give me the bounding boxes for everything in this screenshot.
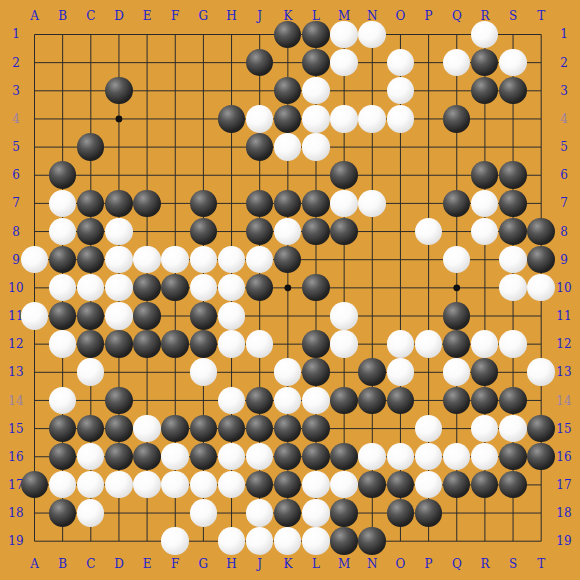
- cell-Q19[interactable]: [443, 527, 471, 555]
- cell-T9[interactable]: [527, 246, 555, 274]
- cell-E11[interactable]: [133, 302, 161, 330]
- cell-F4[interactable]: [161, 105, 189, 133]
- cell-F8[interactable]: [161, 217, 189, 245]
- cell-O14[interactable]: [386, 386, 414, 414]
- cell-B6[interactable]: [49, 161, 77, 189]
- cell-E16[interactable]: [133, 443, 161, 471]
- cell-O18[interactable]: [386, 499, 414, 527]
- cell-M4[interactable]: [330, 105, 358, 133]
- cell-S8[interactable]: [499, 217, 527, 245]
- cell-J15[interactable]: [246, 414, 274, 442]
- cell-C12[interactable]: [77, 330, 105, 358]
- cell-D19[interactable]: [105, 527, 133, 555]
- cell-Q13[interactable]: [443, 358, 471, 386]
- cell-A10[interactable]: [20, 274, 48, 302]
- cell-Q5[interactable]: [443, 133, 471, 161]
- cell-G3[interactable]: [189, 77, 217, 105]
- cell-A4[interactable]: [20, 105, 48, 133]
- cell-S5[interactable]: [499, 133, 527, 161]
- cell-R3[interactable]: [471, 77, 499, 105]
- cell-T2[interactable]: [527, 49, 555, 77]
- cell-E4[interactable]: [133, 105, 161, 133]
- cell-D1[interactable]: [105, 20, 133, 48]
- cell-O2[interactable]: [386, 49, 414, 77]
- cell-P7[interactable]: [414, 189, 442, 217]
- cell-O1[interactable]: [386, 20, 414, 48]
- cell-N1[interactable]: [358, 20, 386, 48]
- cell-O16[interactable]: [386, 443, 414, 471]
- cell-K2[interactable]: [274, 49, 302, 77]
- cell-N19[interactable]: [358, 527, 386, 555]
- cell-J18[interactable]: [246, 499, 274, 527]
- cell-T6[interactable]: [527, 161, 555, 189]
- cell-J5[interactable]: [246, 133, 274, 161]
- cell-M3[interactable]: [330, 77, 358, 105]
- cell-E14[interactable]: [133, 386, 161, 414]
- cell-E9[interactable]: [133, 246, 161, 274]
- cell-L18[interactable]: [302, 499, 330, 527]
- cell-S1[interactable]: [499, 20, 527, 48]
- cell-J13[interactable]: [246, 358, 274, 386]
- cell-N15[interactable]: [358, 414, 386, 442]
- cell-F3[interactable]: [161, 77, 189, 105]
- cell-O13[interactable]: [386, 358, 414, 386]
- cell-A16[interactable]: [20, 443, 48, 471]
- cell-B9[interactable]: [49, 246, 77, 274]
- cell-Q12[interactable]: [443, 330, 471, 358]
- cell-P17[interactable]: [414, 471, 442, 499]
- cell-C9[interactable]: [77, 246, 105, 274]
- cell-E5[interactable]: [133, 133, 161, 161]
- cell-R2[interactable]: [471, 49, 499, 77]
- cell-K9[interactable]: [274, 246, 302, 274]
- cell-C10[interactable]: [77, 274, 105, 302]
- cell-N7[interactable]: [358, 189, 386, 217]
- cell-E6[interactable]: [133, 161, 161, 189]
- cell-G11[interactable]: [189, 302, 217, 330]
- cell-E15[interactable]: [133, 414, 161, 442]
- cell-C5[interactable]: [77, 133, 105, 161]
- cell-H9[interactable]: [217, 246, 245, 274]
- cell-B12[interactable]: [49, 330, 77, 358]
- cell-F11[interactable]: [161, 302, 189, 330]
- cell-O11[interactable]: [386, 302, 414, 330]
- cell-D15[interactable]: [105, 414, 133, 442]
- cell-H12[interactable]: [217, 330, 245, 358]
- cell-T5[interactable]: [527, 133, 555, 161]
- cell-M2[interactable]: [330, 49, 358, 77]
- cell-J8[interactable]: [246, 217, 274, 245]
- cell-C8[interactable]: [77, 217, 105, 245]
- cell-H16[interactable]: [217, 443, 245, 471]
- cell-N13[interactable]: [358, 358, 386, 386]
- cell-R4[interactable]: [471, 105, 499, 133]
- cell-J3[interactable]: [246, 77, 274, 105]
- cell-L14[interactable]: [302, 386, 330, 414]
- cell-T4[interactable]: [527, 105, 555, 133]
- cell-L9[interactable]: [302, 246, 330, 274]
- cell-P2[interactable]: [414, 49, 442, 77]
- cell-G12[interactable]: [189, 330, 217, 358]
- cell-G14[interactable]: [189, 386, 217, 414]
- cell-S15[interactable]: [499, 414, 527, 442]
- cell-B19[interactable]: [49, 527, 77, 555]
- cell-C14[interactable]: [77, 386, 105, 414]
- cell-M11[interactable]: [330, 302, 358, 330]
- cell-K16[interactable]: [274, 443, 302, 471]
- cell-H19[interactable]: [217, 527, 245, 555]
- cell-F19[interactable]: [161, 527, 189, 555]
- cell-M13[interactable]: [330, 358, 358, 386]
- cell-R16[interactable]: [471, 443, 499, 471]
- cell-O10[interactable]: [386, 274, 414, 302]
- cell-C11[interactable]: [77, 302, 105, 330]
- cell-Q14[interactable]: [443, 386, 471, 414]
- cell-L17[interactable]: [302, 471, 330, 499]
- cell-F15[interactable]: [161, 414, 189, 442]
- cell-M18[interactable]: [330, 499, 358, 527]
- cell-H11[interactable]: [217, 302, 245, 330]
- cell-K5[interactable]: [274, 133, 302, 161]
- cell-O15[interactable]: [386, 414, 414, 442]
- cell-O9[interactable]: [386, 246, 414, 274]
- cell-N2[interactable]: [358, 49, 386, 77]
- cell-J1[interactable]: [246, 20, 274, 48]
- cell-N8[interactable]: [358, 217, 386, 245]
- cell-F12[interactable]: [161, 330, 189, 358]
- cell-J12[interactable]: [246, 330, 274, 358]
- cell-R8[interactable]: [471, 217, 499, 245]
- cell-K7[interactable]: [274, 189, 302, 217]
- cell-J17[interactable]: [246, 471, 274, 499]
- cell-L19[interactable]: [302, 527, 330, 555]
- cell-E12[interactable]: [133, 330, 161, 358]
- cell-R18[interactable]: [471, 499, 499, 527]
- cell-Q2[interactable]: [443, 49, 471, 77]
- cell-L16[interactable]: [302, 443, 330, 471]
- cell-E10[interactable]: [133, 274, 161, 302]
- cell-S12[interactable]: [499, 330, 527, 358]
- cell-G5[interactable]: [189, 133, 217, 161]
- cell-M1[interactable]: [330, 20, 358, 48]
- cell-A1[interactable]: [20, 20, 48, 48]
- cell-C6[interactable]: [77, 161, 105, 189]
- cell-M19[interactable]: [330, 527, 358, 555]
- cell-Q3[interactable]: [443, 77, 471, 105]
- cell-T3[interactable]: [527, 77, 555, 105]
- cell-A19[interactable]: [20, 527, 48, 555]
- cell-P3[interactable]: [414, 77, 442, 105]
- cell-S17[interactable]: [499, 471, 527, 499]
- cell-G4[interactable]: [189, 105, 217, 133]
- cell-Q11[interactable]: [443, 302, 471, 330]
- cell-H13[interactable]: [217, 358, 245, 386]
- cell-P11[interactable]: [414, 302, 442, 330]
- cell-R1[interactable]: [471, 20, 499, 48]
- cell-S14[interactable]: [499, 386, 527, 414]
- cell-F1[interactable]: [161, 20, 189, 48]
- cell-K8[interactable]: [274, 217, 302, 245]
- cell-A9[interactable]: [20, 246, 48, 274]
- cell-O4[interactable]: [386, 105, 414, 133]
- cell-P5[interactable]: [414, 133, 442, 161]
- cell-K19[interactable]: [274, 527, 302, 555]
- cell-G7[interactable]: [189, 189, 217, 217]
- cell-A14[interactable]: [20, 386, 48, 414]
- cell-C17[interactable]: [77, 471, 105, 499]
- cell-P18[interactable]: [414, 499, 442, 527]
- cell-H17[interactable]: [217, 471, 245, 499]
- cell-F6[interactable]: [161, 161, 189, 189]
- cell-J7[interactable]: [246, 189, 274, 217]
- cell-Q18[interactable]: [443, 499, 471, 527]
- cell-C1[interactable]: [77, 20, 105, 48]
- cell-K13[interactable]: [274, 358, 302, 386]
- cell-B3[interactable]: [49, 77, 77, 105]
- cell-T15[interactable]: [527, 414, 555, 442]
- cell-P10[interactable]: [414, 274, 442, 302]
- cell-S7[interactable]: [499, 189, 527, 217]
- cell-D18[interactable]: [105, 499, 133, 527]
- cell-H8[interactable]: [217, 217, 245, 245]
- cell-M16[interactable]: [330, 443, 358, 471]
- cell-L11[interactable]: [302, 302, 330, 330]
- cell-E1[interactable]: [133, 20, 161, 48]
- cell-A12[interactable]: [20, 330, 48, 358]
- cell-K12[interactable]: [274, 330, 302, 358]
- cell-L1[interactable]: [302, 20, 330, 48]
- cell-M10[interactable]: [330, 274, 358, 302]
- cell-R17[interactable]: [471, 471, 499, 499]
- cell-J16[interactable]: [246, 443, 274, 471]
- cell-K15[interactable]: [274, 414, 302, 442]
- cell-T13[interactable]: [527, 358, 555, 386]
- cell-M14[interactable]: [330, 386, 358, 414]
- cell-Q17[interactable]: [443, 471, 471, 499]
- cell-H5[interactable]: [217, 133, 245, 161]
- cell-A5[interactable]: [20, 133, 48, 161]
- cell-J2[interactable]: [246, 49, 274, 77]
- cell-T11[interactable]: [527, 302, 555, 330]
- cell-P13[interactable]: [414, 358, 442, 386]
- cell-K14[interactable]: [274, 386, 302, 414]
- cell-N18[interactable]: [358, 499, 386, 527]
- cell-F17[interactable]: [161, 471, 189, 499]
- cell-K1[interactable]: [274, 20, 302, 48]
- cell-S13[interactable]: [499, 358, 527, 386]
- cell-D4[interactable]: [105, 105, 133, 133]
- cell-A6[interactable]: [20, 161, 48, 189]
- cell-M15[interactable]: [330, 414, 358, 442]
- cell-T14[interactable]: [527, 386, 555, 414]
- cell-E13[interactable]: [133, 358, 161, 386]
- cell-T16[interactable]: [527, 443, 555, 471]
- cell-Q15[interactable]: [443, 414, 471, 442]
- cell-H15[interactable]: [217, 414, 245, 442]
- cell-E8[interactable]: [133, 217, 161, 245]
- cell-M6[interactable]: [330, 161, 358, 189]
- cell-F16[interactable]: [161, 443, 189, 471]
- cell-B7[interactable]: [49, 189, 77, 217]
- cell-D3[interactable]: [105, 77, 133, 105]
- cell-D16[interactable]: [105, 443, 133, 471]
- cell-N16[interactable]: [358, 443, 386, 471]
- cell-L7[interactable]: [302, 189, 330, 217]
- cell-S3[interactable]: [499, 77, 527, 105]
- cell-S2[interactable]: [499, 49, 527, 77]
- cell-S6[interactable]: [499, 161, 527, 189]
- cell-B5[interactable]: [49, 133, 77, 161]
- cell-O17[interactable]: [386, 471, 414, 499]
- cell-H6[interactable]: [217, 161, 245, 189]
- cell-A7[interactable]: [20, 189, 48, 217]
- cell-R14[interactable]: [471, 386, 499, 414]
- cell-R13[interactable]: [471, 358, 499, 386]
- cell-R12[interactable]: [471, 330, 499, 358]
- cell-G9[interactable]: [189, 246, 217, 274]
- cell-O3[interactable]: [386, 77, 414, 105]
- cell-D13[interactable]: [105, 358, 133, 386]
- cell-B17[interactable]: [49, 471, 77, 499]
- cell-O5[interactable]: [386, 133, 414, 161]
- cell-P16[interactable]: [414, 443, 442, 471]
- cell-S11[interactable]: [499, 302, 527, 330]
- cell-N4[interactable]: [358, 105, 386, 133]
- cell-A17[interactable]: [20, 471, 48, 499]
- cell-D11[interactable]: [105, 302, 133, 330]
- cell-L12[interactable]: [302, 330, 330, 358]
- cell-H18[interactable]: [217, 499, 245, 527]
- cell-G18[interactable]: [189, 499, 217, 527]
- cell-J19[interactable]: [246, 527, 274, 555]
- cell-A18[interactable]: [20, 499, 48, 527]
- cell-D12[interactable]: [105, 330, 133, 358]
- cell-A11[interactable]: [20, 302, 48, 330]
- cell-M7[interactable]: [330, 189, 358, 217]
- cell-P19[interactable]: [414, 527, 442, 555]
- cell-L13[interactable]: [302, 358, 330, 386]
- cell-D5[interactable]: [105, 133, 133, 161]
- cell-L4[interactable]: [302, 105, 330, 133]
- cell-F9[interactable]: [161, 246, 189, 274]
- cell-C18[interactable]: [77, 499, 105, 527]
- cell-H2[interactable]: [217, 49, 245, 77]
- cell-H3[interactable]: [217, 77, 245, 105]
- cell-N10[interactable]: [358, 274, 386, 302]
- cell-M5[interactable]: [330, 133, 358, 161]
- cell-K10[interactable]: [274, 274, 302, 302]
- cell-G10[interactable]: [189, 274, 217, 302]
- cell-D6[interactable]: [105, 161, 133, 189]
- cell-J10[interactable]: [246, 274, 274, 302]
- cell-K3[interactable]: [274, 77, 302, 105]
- cell-R10[interactable]: [471, 274, 499, 302]
- cell-B8[interactable]: [49, 217, 77, 245]
- cell-H1[interactable]: [217, 20, 245, 48]
- cell-D14[interactable]: [105, 386, 133, 414]
- cell-N9[interactable]: [358, 246, 386, 274]
- cell-J6[interactable]: [246, 161, 274, 189]
- cell-A8[interactable]: [20, 217, 48, 245]
- cell-A3[interactable]: [20, 77, 48, 105]
- cell-H4[interactable]: [217, 105, 245, 133]
- cell-M12[interactable]: [330, 330, 358, 358]
- cell-R7[interactable]: [471, 189, 499, 217]
- cell-Q16[interactable]: [443, 443, 471, 471]
- cell-M8[interactable]: [330, 217, 358, 245]
- cell-N14[interactable]: [358, 386, 386, 414]
- cell-R19[interactable]: [471, 527, 499, 555]
- cell-E19[interactable]: [133, 527, 161, 555]
- cell-N3[interactable]: [358, 77, 386, 105]
- cell-S18[interactable]: [499, 499, 527, 527]
- cell-B15[interactable]: [49, 414, 77, 442]
- cell-Q4[interactable]: [443, 105, 471, 133]
- cell-B4[interactable]: [49, 105, 77, 133]
- cell-R6[interactable]: [471, 161, 499, 189]
- cell-O8[interactable]: [386, 217, 414, 245]
- cell-T12[interactable]: [527, 330, 555, 358]
- cell-R9[interactable]: [471, 246, 499, 274]
- cell-B2[interactable]: [49, 49, 77, 77]
- cell-P6[interactable]: [414, 161, 442, 189]
- cell-O19[interactable]: [386, 527, 414, 555]
- cell-B14[interactable]: [49, 386, 77, 414]
- cell-B13[interactable]: [49, 358, 77, 386]
- cell-P8[interactable]: [414, 217, 442, 245]
- cell-B18[interactable]: [49, 499, 77, 527]
- cell-A13[interactable]: [20, 358, 48, 386]
- cell-P12[interactable]: [414, 330, 442, 358]
- cell-N17[interactable]: [358, 471, 386, 499]
- cell-P1[interactable]: [414, 20, 442, 48]
- cell-E7[interactable]: [133, 189, 161, 217]
- cell-T19[interactable]: [527, 527, 555, 555]
- cell-C2[interactable]: [77, 49, 105, 77]
- cell-D2[interactable]: [105, 49, 133, 77]
- cell-J4[interactable]: [246, 105, 274, 133]
- cell-F10[interactable]: [161, 274, 189, 302]
- cell-P15[interactable]: [414, 414, 442, 442]
- cell-K17[interactable]: [274, 471, 302, 499]
- cell-L5[interactable]: [302, 133, 330, 161]
- cell-G16[interactable]: [189, 443, 217, 471]
- cell-E17[interactable]: [133, 471, 161, 499]
- cell-S9[interactable]: [499, 246, 527, 274]
- cell-C19[interactable]: [77, 527, 105, 555]
- cell-F13[interactable]: [161, 358, 189, 386]
- cell-F18[interactable]: [161, 499, 189, 527]
- cell-O12[interactable]: [386, 330, 414, 358]
- cell-C15[interactable]: [77, 414, 105, 442]
- cell-R11[interactable]: [471, 302, 499, 330]
- cell-C3[interactable]: [77, 77, 105, 105]
- cell-T1[interactable]: [527, 20, 555, 48]
- cell-C4[interactable]: [77, 105, 105, 133]
- cell-J11[interactable]: [246, 302, 274, 330]
- cell-D17[interactable]: [105, 471, 133, 499]
- cell-M17[interactable]: [330, 471, 358, 499]
- cell-K6[interactable]: [274, 161, 302, 189]
- cell-N12[interactable]: [358, 330, 386, 358]
- cell-T10[interactable]: [527, 274, 555, 302]
- cell-L10[interactable]: [302, 274, 330, 302]
- cell-G13[interactable]: [189, 358, 217, 386]
- cell-J14[interactable]: [246, 386, 274, 414]
- cell-T8[interactable]: [527, 217, 555, 245]
- cell-L15[interactable]: [302, 414, 330, 442]
- cell-S19[interactable]: [499, 527, 527, 555]
